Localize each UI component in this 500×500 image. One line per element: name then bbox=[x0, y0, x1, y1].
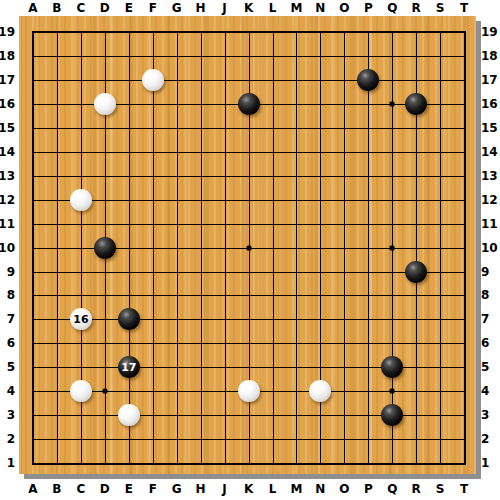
row-label-right-14: 14 bbox=[481, 146, 498, 158]
col-label-bottom-K: K bbox=[244, 483, 253, 495]
grid-hline-9 bbox=[33, 272, 464, 273]
row-label-right-1: 1 bbox=[481, 457, 489, 469]
col-label-bottom-E: E bbox=[125, 483, 133, 495]
col-label-top-D: D bbox=[100, 2, 110, 14]
white-stone-icon-C12 bbox=[70, 189, 92, 211]
row-label-left-11: 11 bbox=[0, 218, 15, 230]
col-label-bottom-Q: Q bbox=[387, 483, 397, 495]
row-label-right-17: 17 bbox=[481, 74, 498, 86]
col-label-bottom-L: L bbox=[269, 483, 277, 495]
col-label-top-A: A bbox=[28, 2, 37, 14]
col-label-bottom-M: M bbox=[290, 483, 302, 495]
col-label-top-B: B bbox=[52, 2, 61, 14]
row-label-right-6: 6 bbox=[481, 337, 489, 349]
row-label-right-10: 10 bbox=[481, 242, 498, 254]
row-label-left-2: 2 bbox=[7, 433, 15, 445]
star-point-icon-Q4 bbox=[390, 389, 395, 394]
grid-vline-P bbox=[368, 32, 369, 463]
col-label-bottom-C: C bbox=[76, 483, 85, 495]
row-label-right-3: 3 bbox=[481, 409, 489, 421]
row-label-right-2: 2 bbox=[481, 433, 489, 445]
row-label-left-1: 1 bbox=[7, 457, 15, 469]
white-stone-icon-E3 bbox=[118, 404, 140, 426]
col-label-bottom-G: G bbox=[172, 483, 182, 495]
row-label-right-7: 7 bbox=[481, 313, 489, 325]
col-label-bottom-H: H bbox=[196, 483, 206, 495]
star-point-icon-Q10 bbox=[390, 245, 395, 250]
col-label-bottom-A: A bbox=[28, 483, 37, 495]
row-label-left-19: 19 bbox=[0, 26, 15, 38]
grid-vline-O bbox=[344, 32, 345, 463]
col-label-top-Q: Q bbox=[387, 2, 397, 14]
black-stone-icon-R9 bbox=[405, 261, 427, 283]
col-label-bottom-R: R bbox=[412, 483, 421, 495]
white-stone-icon-K4 bbox=[238, 380, 260, 402]
row-label-right-12: 12 bbox=[481, 194, 498, 206]
row-label-right-18: 18 bbox=[481, 50, 498, 62]
black-stone-icon-E7 bbox=[118, 308, 140, 330]
row-label-left-4: 4 bbox=[7, 385, 15, 397]
col-label-top-T: T bbox=[460, 2, 468, 14]
row-label-right-5: 5 bbox=[481, 361, 489, 373]
col-label-bottom-P: P bbox=[364, 483, 373, 495]
col-label-top-R: R bbox=[412, 2, 421, 14]
col-label-top-P: P bbox=[364, 2, 373, 14]
white-stone-icon-D16 bbox=[94, 93, 116, 115]
col-label-top-S: S bbox=[436, 2, 445, 14]
col-label-bottom-J: J bbox=[222, 483, 226, 495]
col-label-top-L: L bbox=[269, 2, 277, 14]
grid-vline-L bbox=[273, 32, 274, 463]
white-stone-icon-N4 bbox=[309, 380, 331, 402]
row-label-left-9: 9 bbox=[7, 266, 15, 278]
row-label-right-19: 19 bbox=[481, 26, 498, 38]
white-stone-icon-C4 bbox=[70, 380, 92, 402]
col-label-top-M: M bbox=[290, 2, 302, 14]
col-label-top-C: C bbox=[76, 2, 85, 14]
black-stone-icon-P17 bbox=[357, 69, 379, 91]
row-label-left-10: 10 bbox=[0, 242, 15, 254]
row-label-left-6: 6 bbox=[7, 337, 15, 349]
col-label-top-F: F bbox=[149, 2, 157, 14]
row-label-left-17: 17 bbox=[0, 74, 15, 86]
row-label-left-18: 18 bbox=[0, 50, 15, 62]
grid-hline-6 bbox=[33, 343, 464, 344]
row-label-left-16: 16 bbox=[0, 98, 15, 110]
row-label-left-8: 8 bbox=[7, 289, 15, 301]
grid-hline-8 bbox=[33, 295, 464, 296]
col-label-bottom-B: B bbox=[52, 483, 61, 495]
col-label-bottom-O: O bbox=[339, 483, 349, 495]
col-label-bottom-T: T bbox=[460, 483, 468, 495]
black-stone-icon-Q5 bbox=[381, 356, 403, 378]
go-diagram-stage: 1716 AABBCCDDEEFFGGHHJJKKLLMMNNOOPPQQRRS… bbox=[0, 0, 500, 500]
row-label-left-14: 14 bbox=[0, 146, 15, 158]
row-label-right-16: 16 bbox=[481, 98, 498, 110]
row-label-left-15: 15 bbox=[0, 122, 15, 134]
black-stone-icon-Q3 bbox=[381, 404, 403, 426]
move-number-label-E5: 17 bbox=[118, 356, 140, 378]
row-label-right-11: 11 bbox=[481, 218, 498, 230]
black-stone-icon-E5: 17 bbox=[118, 356, 140, 378]
row-label-right-4: 4 bbox=[481, 385, 489, 397]
black-stone-icon-R16 bbox=[405, 93, 427, 115]
row-label-right-8: 8 bbox=[481, 289, 489, 301]
grid-hline-2 bbox=[33, 439, 464, 440]
col-label-bottom-S: S bbox=[436, 483, 445, 495]
col-label-bottom-F: F bbox=[149, 483, 157, 495]
move-number-label-C7: 16 bbox=[70, 308, 92, 330]
row-label-left-13: 13 bbox=[0, 170, 15, 182]
col-label-top-H: H bbox=[196, 2, 206, 14]
black-stone-icon-D10 bbox=[94, 237, 116, 259]
row-label-left-12: 12 bbox=[0, 194, 15, 206]
star-point-icon-Q16 bbox=[390, 101, 395, 106]
row-label-left-7: 7 bbox=[7, 313, 15, 325]
col-label-top-O: O bbox=[339, 2, 349, 14]
col-label-bottom-N: N bbox=[315, 483, 325, 495]
row-label-right-15: 15 bbox=[481, 122, 498, 134]
star-point-icon-D4 bbox=[102, 389, 107, 394]
grid-vline-M bbox=[296, 32, 297, 463]
star-point-icon-K10 bbox=[246, 245, 251, 250]
col-label-top-N: N bbox=[315, 2, 325, 14]
row-label-left-5: 5 bbox=[7, 361, 15, 373]
black-stone-icon-K16 bbox=[238, 93, 260, 115]
row-label-right-9: 9 bbox=[481, 266, 489, 278]
white-stone-icon-C7: 16 bbox=[70, 308, 92, 330]
row-label-left-3: 3 bbox=[7, 409, 15, 421]
col-label-top-G: G bbox=[172, 2, 182, 14]
row-label-right-13: 13 bbox=[481, 170, 498, 182]
grid-hline-7 bbox=[33, 319, 464, 320]
white-stone-icon-F17 bbox=[142, 69, 164, 91]
go-board[interactable]: 1716 bbox=[19, 16, 476, 474]
col-label-bottom-D: D bbox=[100, 483, 110, 495]
grid-vline-S bbox=[440, 32, 441, 463]
col-label-top-E: E bbox=[125, 2, 133, 14]
col-label-top-J: J bbox=[222, 2, 226, 14]
col-label-top-K: K bbox=[244, 2, 253, 14]
